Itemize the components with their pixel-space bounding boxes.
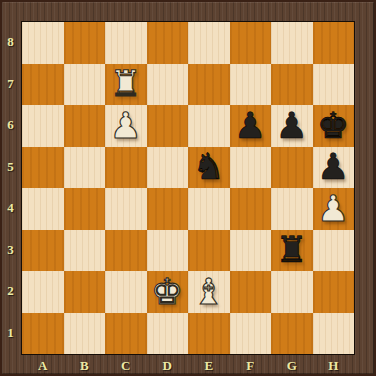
file-label-g: G	[271, 355, 313, 376]
square-c4[interactable]	[105, 188, 147, 230]
file-label-h: H	[313, 355, 355, 376]
piece-black-king-h6[interactable]: ♚	[317, 108, 349, 144]
square-d4[interactable]	[147, 188, 189, 230]
square-d2[interactable]: ♚	[147, 271, 189, 313]
square-e3[interactable]	[188, 230, 230, 272]
piece-white-rook-c7[interactable]: ♜	[110, 66, 142, 102]
square-a1[interactable]	[22, 313, 64, 355]
square-a4[interactable]	[22, 188, 64, 230]
square-e7[interactable]	[188, 64, 230, 106]
piece-black-rook-g3[interactable]: ♜	[276, 232, 308, 268]
square-g2[interactable]	[271, 271, 313, 313]
piece-white-pawn-c6[interactable]: ♟	[110, 108, 142, 144]
file-label-a: A	[22, 355, 64, 376]
square-h2[interactable]	[313, 271, 355, 313]
piece-black-pawn-g6[interactable]: ♟	[276, 108, 308, 144]
rank-label-7: 7	[2, 63, 19, 105]
square-h8[interactable]	[313, 22, 355, 64]
chess-board-frame: ♜♟♟♟♚♞♟♟♜♚♝ 87654321 ABCDEFGH	[0, 0, 376, 376]
square-c5[interactable]	[105, 147, 147, 189]
square-b1[interactable]	[64, 313, 106, 355]
file-label-b: B	[64, 355, 106, 376]
square-b8[interactable]	[64, 22, 106, 64]
square-a5[interactable]	[22, 147, 64, 189]
rank-label-6: 6	[2, 104, 19, 146]
piece-white-king-d2[interactable]: ♚	[151, 274, 183, 310]
square-e5[interactable]: ♞	[188, 147, 230, 189]
square-e6[interactable]	[188, 105, 230, 147]
chess-board: ♜♟♟♟♚♞♟♟♜♚♝	[21, 21, 355, 355]
square-e4[interactable]	[188, 188, 230, 230]
square-c8[interactable]	[105, 22, 147, 64]
square-g8[interactable]	[271, 22, 313, 64]
square-f7[interactable]	[230, 64, 272, 106]
square-h1[interactable]	[313, 313, 355, 355]
square-b2[interactable]	[64, 271, 106, 313]
square-b6[interactable]	[64, 105, 106, 147]
square-a8[interactable]	[22, 22, 64, 64]
square-g4[interactable]	[271, 188, 313, 230]
square-d3[interactable]	[147, 230, 189, 272]
square-e1[interactable]	[188, 313, 230, 355]
square-f3[interactable]	[230, 230, 272, 272]
square-f1[interactable]	[230, 313, 272, 355]
square-a2[interactable]	[22, 271, 64, 313]
file-label-d: D	[147, 355, 189, 376]
square-f8[interactable]	[230, 22, 272, 64]
piece-white-bishop-e2[interactable]: ♝	[193, 274, 225, 310]
square-a3[interactable]	[22, 230, 64, 272]
square-c1[interactable]	[105, 313, 147, 355]
rank-label-2: 2	[2, 270, 19, 312]
square-e2[interactable]: ♝	[188, 271, 230, 313]
square-d6[interactable]	[147, 105, 189, 147]
square-a6[interactable]	[22, 105, 64, 147]
square-a7[interactable]	[22, 64, 64, 106]
file-label-e: E	[188, 355, 230, 376]
square-g7[interactable]	[271, 64, 313, 106]
square-b4[interactable]	[64, 188, 106, 230]
square-g6[interactable]: ♟	[271, 105, 313, 147]
square-f5[interactable]	[230, 147, 272, 189]
square-g5[interactable]	[271, 147, 313, 189]
rank-label-3: 3	[2, 229, 19, 271]
square-e8[interactable]	[188, 22, 230, 64]
square-b7[interactable]	[64, 64, 106, 106]
rank-label-1: 1	[2, 312, 19, 354]
square-c2[interactable]	[105, 271, 147, 313]
file-label-f: F	[230, 355, 272, 376]
piece-black-pawn-h5[interactable]: ♟	[317, 149, 349, 185]
square-g1[interactable]	[271, 313, 313, 355]
square-c3[interactable]	[105, 230, 147, 272]
square-b5[interactable]	[64, 147, 106, 189]
file-label-c: C	[105, 355, 147, 376]
square-d5[interactable]	[147, 147, 189, 189]
rank-label-8: 8	[2, 21, 19, 63]
square-g3[interactable]: ♜	[271, 230, 313, 272]
square-d7[interactable]	[147, 64, 189, 106]
square-f6[interactable]: ♟	[230, 105, 272, 147]
square-c6[interactable]: ♟	[105, 105, 147, 147]
square-h7[interactable]	[313, 64, 355, 106]
square-h3[interactable]	[313, 230, 355, 272]
square-f2[interactable]	[230, 271, 272, 313]
square-c7[interactable]: ♜	[105, 64, 147, 106]
piece-black-knight-e5[interactable]: ♞	[193, 149, 225, 185]
piece-white-pawn-h4[interactable]: ♟	[317, 191, 349, 227]
square-h6[interactable]: ♚	[313, 105, 355, 147]
rank-label-5: 5	[2, 146, 19, 188]
rank-label-4: 4	[2, 187, 19, 229]
square-f4[interactable]	[230, 188, 272, 230]
square-b3[interactable]	[64, 230, 106, 272]
square-d1[interactable]	[147, 313, 189, 355]
square-d8[interactable]	[147, 22, 189, 64]
square-h5[interactable]: ♟	[313, 147, 355, 189]
piece-black-pawn-f6[interactable]: ♟	[234, 108, 266, 144]
square-h4[interactable]: ♟	[313, 188, 355, 230]
